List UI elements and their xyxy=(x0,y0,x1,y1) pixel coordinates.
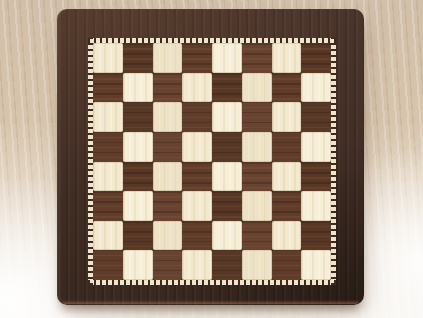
square-a1[interactable] xyxy=(93,250,123,280)
square-f4[interactable] xyxy=(242,162,272,192)
board-photo xyxy=(0,0,423,318)
square-f7[interactable] xyxy=(242,73,272,103)
square-c5[interactable] xyxy=(153,132,183,162)
square-h3[interactable] xyxy=(301,191,331,221)
square-b3[interactable] xyxy=(123,191,153,221)
square-g1[interactable] xyxy=(272,250,302,280)
square-f6[interactable] xyxy=(242,102,272,132)
square-e7[interactable] xyxy=(212,73,242,103)
square-c3[interactable] xyxy=(153,191,183,221)
square-d1[interactable] xyxy=(182,250,212,280)
square-a8[interactable] xyxy=(93,43,123,73)
square-h8[interactable] xyxy=(301,43,331,73)
square-g6[interactable] xyxy=(272,102,302,132)
square-d2[interactable] xyxy=(182,221,212,251)
square-c1[interactable] xyxy=(153,250,183,280)
square-a4[interactable] xyxy=(93,162,123,192)
square-c4[interactable] xyxy=(153,162,183,192)
square-a3[interactable] xyxy=(93,191,123,221)
square-b4[interactable] xyxy=(123,162,153,192)
square-h1[interactable] xyxy=(301,250,331,280)
square-e8[interactable] xyxy=(212,43,242,73)
square-b2[interactable] xyxy=(123,221,153,251)
square-a6[interactable] xyxy=(93,102,123,132)
square-b6[interactable] xyxy=(123,102,153,132)
square-d6[interactable] xyxy=(182,102,212,132)
square-d5[interactable] xyxy=(182,132,212,162)
square-a5[interactable] xyxy=(93,132,123,162)
square-g5[interactable] xyxy=(272,132,302,162)
square-h5[interactable] xyxy=(301,132,331,162)
inlay-border xyxy=(88,38,336,285)
square-e6[interactable] xyxy=(212,102,242,132)
square-g4[interactable] xyxy=(272,162,302,192)
square-h6[interactable] xyxy=(301,102,331,132)
square-g3[interactable] xyxy=(272,191,302,221)
square-e2[interactable] xyxy=(212,221,242,251)
square-c6[interactable] xyxy=(153,102,183,132)
square-d8[interactable] xyxy=(182,43,212,73)
square-b5[interactable] xyxy=(123,132,153,162)
square-d4[interactable] xyxy=(182,162,212,192)
square-b8[interactable] xyxy=(123,43,153,73)
board-squares xyxy=(93,43,331,280)
square-g2[interactable] xyxy=(272,221,302,251)
square-c2[interactable] xyxy=(153,221,183,251)
square-e5[interactable] xyxy=(212,132,242,162)
square-e3[interactable] xyxy=(212,191,242,221)
square-f5[interactable] xyxy=(242,132,272,162)
square-e4[interactable] xyxy=(212,162,242,192)
square-a2[interactable] xyxy=(93,221,123,251)
inlay-dash-right xyxy=(331,38,336,285)
square-b7[interactable] xyxy=(123,73,153,103)
square-a7[interactable] xyxy=(93,73,123,103)
square-e1[interactable] xyxy=(212,250,242,280)
square-h7[interactable] xyxy=(301,73,331,103)
square-b1[interactable] xyxy=(123,250,153,280)
square-c7[interactable] xyxy=(153,73,183,103)
square-f3[interactable] xyxy=(242,191,272,221)
square-g8[interactable] xyxy=(272,43,302,73)
square-f2[interactable] xyxy=(242,221,272,251)
square-g7[interactable] xyxy=(272,73,302,103)
square-d3[interactable] xyxy=(182,191,212,221)
square-f8[interactable] xyxy=(242,43,272,73)
inlay-dash-bottom xyxy=(88,280,336,285)
square-h2[interactable] xyxy=(301,221,331,251)
square-c8[interactable] xyxy=(153,43,183,73)
square-h4[interactable] xyxy=(301,162,331,192)
square-d7[interactable] xyxy=(182,73,212,103)
square-f1[interactable] xyxy=(242,250,272,280)
chessboard xyxy=(57,9,364,305)
